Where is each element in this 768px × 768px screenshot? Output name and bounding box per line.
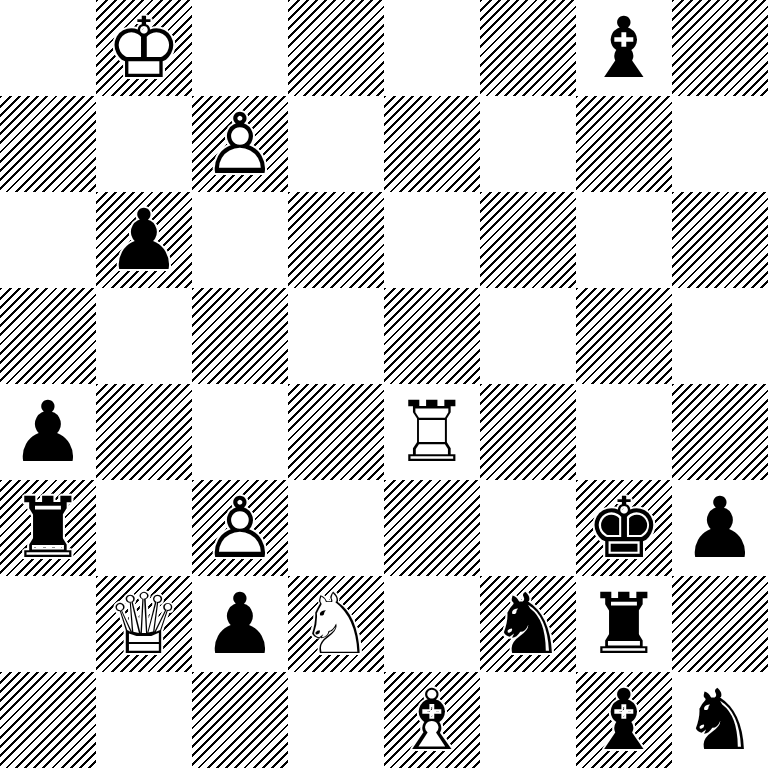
square-b5[interactable] [96, 288, 192, 384]
piece-white-bishop[interactable]: ♗ [384, 672, 480, 768]
piece-halo: ♚ [96, 0, 192, 96]
square-b4[interactable] [96, 384, 192, 480]
square-f6[interactable] [480, 192, 576, 288]
square-f1[interactable] [480, 672, 576, 768]
piece-white-rook[interactable]: ♖ [384, 384, 480, 480]
square-f5[interactable] [480, 288, 576, 384]
piece-halo: ♝ [384, 672, 480, 768]
piece-halo: ♝ [576, 0, 672, 96]
square-a4[interactable]: ♟♟ [0, 384, 96, 480]
square-f8[interactable] [480, 0, 576, 96]
square-c7[interactable]: ♟♙ [192, 96, 288, 192]
square-d7[interactable] [288, 96, 384, 192]
square-d6[interactable] [288, 192, 384, 288]
square-e2[interactable] [384, 576, 480, 672]
piece-black-knight[interactable]: ♞ [480, 576, 576, 672]
square-h2[interactable] [672, 576, 768, 672]
square-g6[interactable] [576, 192, 672, 288]
piece-black-knight[interactable]: ♞ [672, 672, 768, 768]
square-b6[interactable]: ♟♟ [96, 192, 192, 288]
piece-halo: ♟ [96, 192, 192, 288]
piece-halo: ♚ [576, 480, 672, 576]
square-c4[interactable] [192, 384, 288, 480]
square-g5[interactable] [576, 288, 672, 384]
square-f7[interactable] [480, 96, 576, 192]
square-a8[interactable] [0, 0, 96, 96]
square-e3[interactable] [384, 480, 480, 576]
square-c3[interactable]: ♟♙ [192, 480, 288, 576]
square-e4[interactable]: ♜♖ [384, 384, 480, 480]
square-e7[interactable] [384, 96, 480, 192]
piece-halo: ♜ [0, 480, 96, 576]
piece-black-pawn[interactable]: ♟ [192, 576, 288, 672]
square-h3[interactable]: ♟♟ [672, 480, 768, 576]
square-h1[interactable]: ♞♞ [672, 672, 768, 768]
piece-white-pawn[interactable]: ♙ [192, 96, 288, 192]
piece-halo: ♞ [672, 672, 768, 768]
square-h5[interactable] [672, 288, 768, 384]
square-d3[interactable] [288, 480, 384, 576]
square-g8[interactable]: ♝♝ [576, 0, 672, 96]
square-g3[interactable]: ♚♚ [576, 480, 672, 576]
square-a7[interactable] [0, 96, 96, 192]
square-a2[interactable] [0, 576, 96, 672]
square-h4[interactable] [672, 384, 768, 480]
square-a3[interactable]: ♜♜ [0, 480, 96, 576]
square-b7[interactable] [96, 96, 192, 192]
piece-black-rook[interactable]: ♜ [576, 576, 672, 672]
square-d2[interactable]: ♞♘ [288, 576, 384, 672]
piece-halo: ♜ [576, 576, 672, 672]
square-f2[interactable]: ♞♞ [480, 576, 576, 672]
piece-black-pawn[interactable]: ♟ [672, 480, 768, 576]
square-b8[interactable]: ♚♔ [96, 0, 192, 96]
piece-white-pawn[interactable]: ♙ [192, 480, 288, 576]
square-g1[interactable]: ♝♝ [576, 672, 672, 768]
piece-white-knight[interactable]: ♘ [288, 576, 384, 672]
square-h7[interactable] [672, 96, 768, 192]
square-b3[interactable] [96, 480, 192, 576]
piece-halo: ♟ [0, 384, 96, 480]
piece-halo: ♟ [192, 480, 288, 576]
square-d1[interactable] [288, 672, 384, 768]
square-f4[interactable] [480, 384, 576, 480]
square-c5[interactable] [192, 288, 288, 384]
chess-board: ♚♔♝♝♟♙♟♟♟♟♜♖♜♜♟♙♚♚♟♟♛♕♟♟♞♘♞♞♜♜♝♗♝♝♞♞ [0, 0, 768, 768]
piece-halo: ♜ [384, 384, 480, 480]
square-b2[interactable]: ♛♕ [96, 576, 192, 672]
square-d5[interactable] [288, 288, 384, 384]
piece-halo: ♝ [576, 672, 672, 768]
piece-black-rook[interactable]: ♜ [0, 480, 96, 576]
piece-black-bishop[interactable]: ♝ [576, 672, 672, 768]
piece-halo: ♞ [480, 576, 576, 672]
piece-black-pawn[interactable]: ♟ [96, 192, 192, 288]
square-h6[interactable] [672, 192, 768, 288]
piece-halo: ♟ [192, 576, 288, 672]
piece-halo: ♛ [96, 576, 192, 672]
square-e5[interactable] [384, 288, 480, 384]
square-c8[interactable] [192, 0, 288, 96]
piece-black-bishop[interactable]: ♝ [576, 0, 672, 96]
square-a6[interactable] [0, 192, 96, 288]
square-c1[interactable] [192, 672, 288, 768]
square-e1[interactable]: ♝♗ [384, 672, 480, 768]
piece-halo: ♟ [672, 480, 768, 576]
square-c6[interactable] [192, 192, 288, 288]
square-a1[interactable] [0, 672, 96, 768]
square-c2[interactable]: ♟♟ [192, 576, 288, 672]
square-g2[interactable]: ♜♜ [576, 576, 672, 672]
square-g7[interactable] [576, 96, 672, 192]
square-e6[interactable] [384, 192, 480, 288]
square-h8[interactable] [672, 0, 768, 96]
piece-black-king[interactable]: ♚ [576, 480, 672, 576]
square-d8[interactable] [288, 0, 384, 96]
piece-white-queen[interactable]: ♕ [96, 576, 192, 672]
piece-white-king[interactable]: ♔ [96, 0, 192, 96]
piece-halo: ♞ [288, 576, 384, 672]
square-e8[interactable] [384, 0, 480, 96]
square-a5[interactable] [0, 288, 96, 384]
square-b1[interactable] [96, 672, 192, 768]
square-g4[interactable] [576, 384, 672, 480]
piece-black-pawn[interactable]: ♟ [0, 384, 96, 480]
square-d4[interactable] [288, 384, 384, 480]
piece-halo: ♟ [192, 96, 288, 192]
square-f3[interactable] [480, 480, 576, 576]
